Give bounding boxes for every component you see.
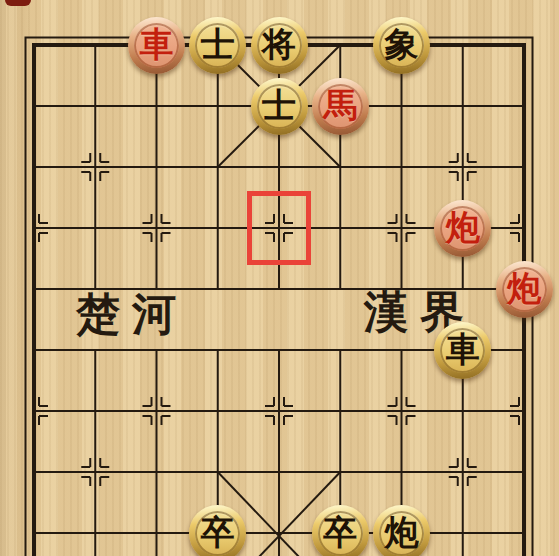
black-advisor-1[interactable]: 士	[189, 17, 246, 74]
piece-character: 炮	[496, 261, 553, 318]
red-cannon-1[interactable]: 炮	[434, 200, 491, 257]
black-cannon[interactable]: 炮	[373, 505, 430, 556]
piece-character: 車	[434, 322, 491, 379]
black-elephant[interactable]: 象	[373, 17, 430, 74]
black-general[interactable]: 将	[251, 17, 308, 74]
piece-character: 象	[373, 17, 430, 74]
move-highlight-square	[247, 191, 311, 265]
xiangqi-board[interactable]: 楚河 漢界 車士将象士馬炮炮車卒卒炮	[0, 0, 559, 556]
piece-character: 卒	[312, 505, 369, 556]
cutoff-piece-fragment	[5, 0, 31, 6]
piece-character: 士	[251, 78, 308, 135]
red-chariot[interactable]: 車	[128, 17, 185, 74]
black-soldier-1[interactable]: 卒	[189, 505, 246, 556]
piece-character: 士	[189, 17, 246, 74]
piece-character: 将	[251, 17, 308, 74]
black-soldier-2[interactable]: 卒	[312, 505, 369, 556]
piece-character: 車	[128, 17, 185, 74]
red-horse[interactable]: 馬	[312, 78, 369, 135]
piece-character: 炮	[434, 200, 491, 257]
red-cannon-2[interactable]: 炮	[496, 261, 553, 318]
piece-character: 炮	[373, 505, 430, 556]
river-label-chu-he: 楚河	[66, 293, 198, 337]
piece-character: 卒	[189, 505, 246, 556]
black-advisor-2[interactable]: 士	[251, 78, 308, 135]
black-chariot[interactable]: 車	[434, 322, 491, 379]
piece-character: 馬	[312, 78, 369, 135]
